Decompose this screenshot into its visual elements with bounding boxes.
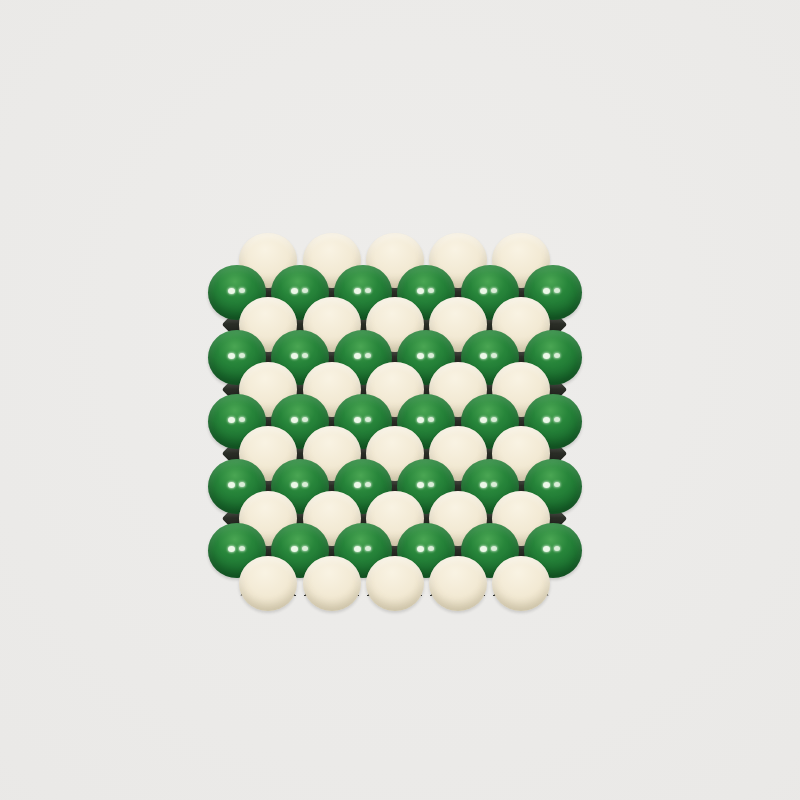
bead-grid xyxy=(221,244,569,599)
bead-cream xyxy=(239,556,297,611)
bead-cream xyxy=(429,556,487,611)
bead-cream xyxy=(303,556,361,611)
bead-cream xyxy=(366,556,424,611)
bead-cream xyxy=(492,556,550,611)
product-photo-scene xyxy=(0,0,800,800)
